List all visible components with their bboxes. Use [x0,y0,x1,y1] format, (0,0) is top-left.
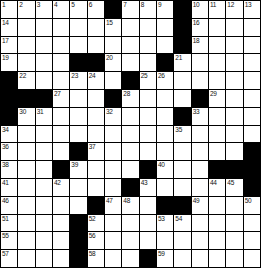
clue-number-43: 43 [141,179,148,186]
clue-number-10: 10 [193,1,200,8]
clue-number-26: 26 [158,72,165,79]
black-cell-11-8 [122,179,138,196]
cell-1-6[interactable]: 6 [88,1,104,18]
cell-9-10[interactable] [157,143,173,160]
black-cell-10-9 [140,161,156,178]
cell-4-8[interactable] [122,54,138,71]
clue-number-33: 33 [193,108,200,115]
cell-8-5[interactable] [70,126,86,143]
cell-11-1[interactable]: 41 [1,179,17,196]
clue-number-40: 40 [158,161,165,168]
cell-12-1[interactable]: 46 [1,197,17,214]
cell-14-7[interactable] [105,232,121,249]
clue-number-39: 39 [71,161,78,168]
clue-number-14: 14 [2,19,9,26]
black-cell-9-5 [70,143,86,160]
cell-3-9[interactable] [140,37,156,54]
black-cell-6-12 [192,90,208,107]
cell-6-14[interactable] [226,90,242,107]
cell-12-14[interactable] [226,197,242,214]
cell-11-11[interactable] [174,179,190,196]
cell-3-15[interactable] [244,37,260,54]
cell-5-15[interactable] [244,72,260,89]
cell-14-11[interactable] [174,232,190,249]
cell-13-8[interactable] [122,215,138,232]
black-cell-10-13 [209,161,225,178]
cell-8-2[interactable] [18,126,34,143]
cell-10-8[interactable] [122,161,138,178]
cell-12-7[interactable]: 47 [105,197,121,214]
cell-8-10[interactable] [157,126,173,143]
cell-9-3[interactable] [36,143,52,160]
black-cell-1-11 [174,1,190,18]
cell-5-9[interactable]: 25 [140,72,156,89]
cell-7-7[interactable]: 32 [105,108,121,125]
cell-10-7[interactable] [105,161,121,178]
cell-1-2[interactable]: 2 [18,1,34,18]
clue-number-46: 46 [2,197,9,204]
clue-number-35: 35 [175,126,182,133]
cell-8-7[interactable] [105,126,121,143]
cell-12-8[interactable]: 48 [122,197,138,214]
cell-15-14[interactable] [226,250,242,267]
cell-14-3[interactable] [36,232,52,249]
clue-number-55: 55 [2,232,9,239]
cell-9-2[interactable] [18,143,34,160]
cell-6-8[interactable]: 28 [122,90,138,107]
cell-10-11[interactable] [174,161,190,178]
cell-4-15[interactable] [244,54,260,71]
clue-number-12: 12 [227,1,234,8]
cell-2-2[interactable] [18,19,34,36]
cell-15-8[interactable] [122,250,138,267]
cell-10-5[interactable]: 39 [70,161,86,178]
cell-11-6[interactable] [88,179,104,196]
clue-number-37: 37 [89,143,96,150]
clue-number-56: 56 [89,232,96,239]
cell-7-6[interactable] [88,108,104,125]
cell-9-9[interactable] [140,143,156,160]
cell-2-3[interactable] [36,19,52,36]
clue-number-16: 16 [193,19,200,26]
clue-number-59: 59 [158,250,165,257]
cell-9-12[interactable] [192,143,208,160]
cell-13-1[interactable]: 51 [1,215,17,232]
cell-2-5[interactable] [70,19,86,36]
cell-14-9[interactable] [140,232,156,249]
cell-9-8[interactable] [122,143,138,160]
cell-13-11[interactable]: 54 [174,215,190,232]
cell-8-11[interactable]: 35 [174,126,190,143]
cell-3-14[interactable] [226,37,242,54]
clue-number-42: 42 [54,179,61,186]
cell-10-6[interactable] [88,161,104,178]
cell-12-13[interactable] [209,197,225,214]
cell-1-3[interactable]: 3 [36,1,52,18]
cell-13-9[interactable] [140,215,156,232]
cell-9-13[interactable] [209,143,225,160]
clue-number-53: 53 [158,215,165,222]
cell-12-9[interactable] [140,197,156,214]
cell-15-3[interactable] [36,250,52,267]
cell-14-14[interactable] [226,232,242,249]
clue-number-57: 57 [2,250,9,257]
cell-2-1[interactable]: 14 [1,19,17,36]
cell-14-13[interactable] [209,232,225,249]
cell-11-10[interactable] [157,179,173,196]
black-cell-5-8 [122,72,138,89]
cell-7-15[interactable] [244,108,260,125]
cell-14-6[interactable]: 56 [88,232,104,249]
cell-2-8[interactable] [122,19,138,36]
cell-13-4[interactable] [53,215,69,232]
cell-15-2[interactable] [18,250,34,267]
cell-8-15[interactable] [244,126,260,143]
black-cell-3-11 [174,37,190,54]
cell-15-11[interactable] [174,250,190,267]
cell-9-7[interactable] [105,143,121,160]
cell-1-1[interactable]: 1 [1,1,17,18]
clue-number-27: 27 [54,90,61,97]
cell-5-5[interactable]: 23 [70,72,86,89]
black-cell-13-5 [70,215,86,232]
cell-4-14[interactable] [226,54,242,71]
clue-number-24: 24 [89,72,96,79]
clue-number-20: 20 [106,54,113,61]
cell-6-10[interactable] [157,90,173,107]
cell-1-14[interactable]: 12 [226,1,242,18]
black-cell-15-5 [70,250,86,267]
clue-number-50: 50 [245,197,252,204]
black-cell-12-11 [174,197,190,214]
cell-3-3[interactable] [36,37,52,54]
clue-number-6: 6 [89,1,92,8]
cell-10-2[interactable] [18,161,34,178]
cell-1-9[interactable]: 8 [140,1,156,18]
clue-number-22: 22 [19,72,26,79]
cell-1-8[interactable]: 7 [122,1,138,18]
cell-8-12[interactable] [192,126,208,143]
cell-11-7[interactable] [105,179,121,196]
cell-10-10[interactable]: 40 [157,161,173,178]
black-cell-7-11 [174,108,190,125]
cell-7-10[interactable] [157,108,173,125]
cell-14-2[interactable] [18,232,34,249]
cell-11-14[interactable]: 45 [226,179,242,196]
clue-number-38: 38 [2,161,9,168]
cell-15-1[interactable]: 57 [1,250,17,267]
black-cell-6-1 [1,90,17,107]
cell-9-4[interactable] [53,143,69,160]
cell-12-12[interactable]: 49 [192,197,208,214]
cell-2-6[interactable] [88,19,104,36]
cell-12-2[interactable] [18,197,34,214]
cell-7-12[interactable]: 33 [192,108,208,125]
cell-14-4[interactable] [53,232,69,249]
cell-11-3[interactable] [36,179,52,196]
clue-number-54: 54 [175,215,182,222]
cell-7-8[interactable] [122,108,138,125]
black-cell-2-11 [174,19,190,36]
cell-9-14[interactable] [226,143,242,160]
clue-number-2: 2 [19,1,22,8]
cell-13-13[interactable] [209,215,225,232]
cell-14-10[interactable] [157,232,173,249]
cell-6-11[interactable] [174,90,190,107]
clue-number-31: 31 [37,108,44,115]
cell-6-5[interactable] [70,90,86,107]
cell-13-7[interactable] [105,215,121,232]
black-cell-4-5 [70,54,86,71]
cell-1-5[interactable]: 5 [70,1,86,18]
cell-7-3[interactable]: 31 [36,108,52,125]
clue-number-32: 32 [106,108,113,115]
cell-9-1[interactable]: 36 [1,143,17,160]
cell-2-7[interactable]: 15 [105,19,121,36]
clue-number-7: 7 [123,1,126,8]
clue-number-19: 19 [2,54,9,61]
cell-3-2[interactable] [18,37,34,54]
clue-number-44: 44 [210,179,217,186]
cell-4-9[interactable] [140,54,156,71]
clue-number-11: 11 [210,1,216,8]
cell-3-12[interactable]: 18 [192,37,208,54]
cell-4-7[interactable]: 20 [105,54,121,71]
black-cell-4-10 [157,54,173,71]
cell-6-15[interactable] [244,90,260,107]
cell-12-3[interactable] [36,197,52,214]
cell-3-7[interactable] [105,37,121,54]
cell-8-8[interactable] [122,126,138,143]
black-cell-6-2 [18,90,34,107]
cell-12-4[interactable] [53,197,69,214]
cell-5-13[interactable] [209,72,225,89]
cell-8-13[interactable] [209,126,225,143]
cell-13-6[interactable]: 52 [88,215,104,232]
cell-5-12[interactable] [192,72,208,89]
cell-2-14[interactable] [226,19,242,36]
clue-number-41: 41 [2,179,9,186]
cell-15-4[interactable] [53,250,69,267]
clue-number-29: 29 [210,90,217,97]
black-cell-12-6 [88,197,104,214]
cell-13-12[interactable] [192,215,208,232]
cell-7-2[interactable]: 30 [18,108,34,125]
cell-15-10[interactable]: 59 [157,250,173,267]
cell-1-10[interactable]: 9 [157,1,173,18]
cell-5-3[interactable] [36,72,52,89]
cell-5-10[interactable]: 26 [157,72,173,89]
clue-number-18: 18 [193,37,200,44]
cell-4-3[interactable] [36,54,52,71]
cell-7-5[interactable] [70,108,86,125]
black-cell-12-10 [157,197,173,214]
cell-3-4[interactable] [53,37,69,54]
cell-12-15[interactable]: 50 [244,197,260,214]
clue-number-9: 9 [158,1,161,8]
cell-14-15[interactable] [244,232,260,249]
black-cell-5-1 [1,72,17,89]
cell-3-8[interactable] [122,37,138,54]
clue-number-17: 17 [2,37,9,44]
cell-9-6[interactable]: 37 [88,143,104,160]
cell-15-12[interactable] [192,250,208,267]
cell-11-4[interactable]: 42 [53,179,69,196]
cell-4-2[interactable] [18,54,34,71]
cell-2-13[interactable] [209,19,225,36]
cell-7-13[interactable] [209,108,225,125]
clue-number-34: 34 [2,126,9,133]
clue-number-47: 47 [106,197,113,204]
cell-2-4[interactable] [53,19,69,36]
cell-6-9[interactable] [140,90,156,107]
black-cell-14-5 [70,232,86,249]
cell-4-1[interactable]: 19 [1,54,17,71]
clue-number-48: 48 [123,197,130,204]
cell-8-6[interactable] [88,126,104,143]
cell-4-13[interactable] [209,54,225,71]
cell-13-10[interactable]: 53 [157,215,173,232]
cell-7-9[interactable] [140,108,156,125]
cell-14-1[interactable]: 55 [1,232,17,249]
cell-10-12[interactable] [192,161,208,178]
black-cell-1-7 [105,1,121,18]
cell-5-4[interactable] [53,72,69,89]
black-cell-10-15 [244,161,260,178]
cell-15-7[interactable] [105,250,121,267]
cell-11-9[interactable]: 43 [140,179,156,196]
cell-13-3[interactable] [36,215,52,232]
cell-2-12[interactable]: 16 [192,19,208,36]
clue-number-30: 30 [19,108,26,115]
cell-5-7[interactable] [105,72,121,89]
cell-5-11[interactable] [174,72,190,89]
black-cell-6-3 [36,90,52,107]
clue-number-49: 49 [193,197,200,204]
cell-1-12[interactable]: 10 [192,1,208,18]
cell-6-4[interactable]: 27 [53,90,69,107]
cell-8-3[interactable] [36,126,52,143]
cell-1-15[interactable]: 13 [244,1,260,18]
black-cell-11-15 [244,179,260,196]
cell-3-5[interactable] [70,37,86,54]
black-cell-7-1 [1,108,17,125]
cell-11-12[interactable] [192,179,208,196]
cell-3-6[interactable] [88,37,104,54]
black-cell-15-9 [140,250,156,267]
clue-number-1: 1 [2,1,5,8]
cell-13-2[interactable] [18,215,34,232]
cell-3-10[interactable] [157,37,173,54]
black-cell-9-15 [244,143,260,160]
black-cell-4-6 [88,54,104,71]
cell-12-5[interactable] [70,197,86,214]
cell-2-15[interactable] [244,19,260,36]
cell-9-11[interactable] [174,143,190,160]
cell-1-4[interactable]: 4 [53,1,69,18]
cell-6-6[interactable] [88,90,104,107]
cell-10-3[interactable] [36,161,52,178]
clue-number-25: 25 [141,72,148,79]
cell-7-14[interactable] [226,108,242,125]
crossword-grid: 1234567891011121314151617181920212223242… [0,0,261,268]
cell-2-10[interactable] [157,19,173,36]
cell-14-8[interactable] [122,232,138,249]
cell-15-13[interactable] [209,250,225,267]
cell-8-9[interactable] [140,126,156,143]
clue-number-3: 3 [37,1,40,8]
clue-number-21: 21 [175,54,182,61]
cell-7-4[interactable] [53,108,69,125]
cell-3-13[interactable] [209,37,225,54]
cell-10-1[interactable]: 38 [1,161,17,178]
cell-15-15[interactable] [244,250,260,267]
cell-4-12[interactable] [192,54,208,71]
cell-4-11[interactable]: 21 [174,54,190,71]
cell-8-1[interactable]: 34 [1,126,17,143]
cell-11-2[interactable] [18,179,34,196]
cell-8-4[interactable] [53,126,69,143]
clue-number-58: 58 [89,250,96,257]
clue-number-51: 51 [2,215,9,222]
cell-11-5[interactable] [70,179,86,196]
black-cell-10-14 [226,161,242,178]
clue-number-23: 23 [71,72,78,79]
clue-number-15: 15 [106,19,113,26]
clue-number-5: 5 [71,1,74,8]
cell-5-6[interactable]: 24 [88,72,104,89]
cell-3-1[interactable]: 17 [1,37,17,54]
cell-5-14[interactable] [226,72,242,89]
clue-number-8: 8 [141,1,144,8]
black-cell-10-4 [53,161,69,178]
cell-6-13[interactable]: 29 [209,90,225,107]
cell-4-4[interactable] [53,54,69,71]
clue-number-28: 28 [123,90,130,97]
cell-8-14[interactable] [226,126,242,143]
cell-13-15[interactable] [244,215,260,232]
clue-number-4: 4 [54,1,57,8]
clue-number-36: 36 [2,143,9,150]
cell-11-13[interactable]: 44 [209,179,225,196]
clue-number-52: 52 [89,215,96,222]
clue-number-13: 13 [245,1,252,8]
cell-14-12[interactable] [192,232,208,249]
black-cell-6-7 [105,90,121,107]
cell-2-9[interactable] [140,19,156,36]
clue-number-45: 45 [227,179,234,186]
cell-5-2[interactable]: 22 [18,72,34,89]
cell-1-13[interactable]: 11 [209,1,225,18]
cell-13-14[interactable] [226,215,242,232]
cell-15-6[interactable]: 58 [88,250,104,267]
